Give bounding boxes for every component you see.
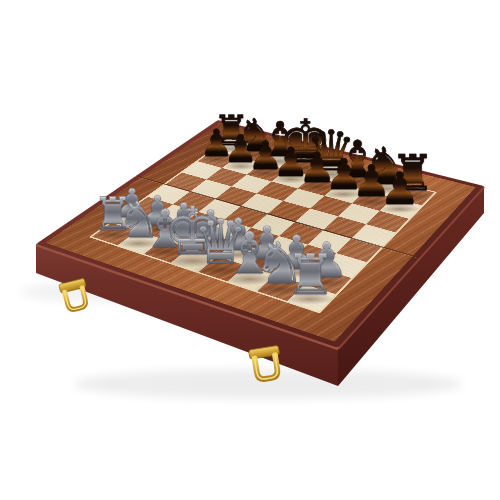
piece-silver-rook-a1[interactable]: ♜ [285, 247, 335, 303]
product-photo-chess-set: Folding wooden chess box photographed on… [0, 0, 500, 500]
piece-black-pawn-a7[interactable]: ♟ [380, 167, 420, 212]
pieces-layer: ♜♞♝♚♛♝♞♜♟♟♟♟♟♟♟♟♟♟♟♟♟♟♟♟♜♞♝♚♛♝♞♜ [0, 0, 500, 500]
